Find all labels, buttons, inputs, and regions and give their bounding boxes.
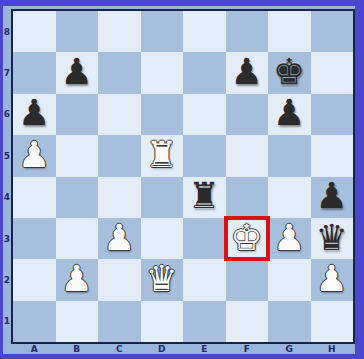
square-f7[interactable]: ♟ [226, 52, 269, 93]
piece-white-pawn-h2[interactable]: ♟ [316, 261, 348, 297]
square-h3[interactable]: ♛ [311, 218, 354, 259]
square-f6[interactable] [226, 94, 269, 135]
piece-white-queen-d2[interactable]: ♛ [146, 261, 178, 297]
square-a8[interactable] [13, 11, 56, 52]
square-h6[interactable] [311, 94, 354, 135]
board-grid: ♟♟♚♟♟♟♜♜♟♟♚♟♛♟♛♟ [13, 11, 353, 342]
square-g4[interactable] [268, 177, 311, 218]
board-margin-panel: 87654321 ♟♟♚♟♟♟♜♜♟♟♚♟♛♟♛♟ ABCDEFGH [3, 6, 355, 354]
square-b5[interactable] [56, 135, 99, 176]
rank-label-8: 8 [3, 11, 11, 52]
square-d6[interactable] [141, 94, 184, 135]
file-label-f: F [226, 344, 269, 354]
file-label-h: H [311, 344, 354, 354]
square-d8[interactable] [141, 11, 184, 52]
rank-label-6: 6 [3, 94, 11, 135]
square-g3[interactable]: ♟ [268, 218, 311, 259]
square-h2[interactable]: ♟ [311, 259, 354, 300]
square-b4[interactable] [56, 177, 99, 218]
rank-label-2: 2 [3, 259, 11, 300]
square-d7[interactable] [141, 52, 184, 93]
square-d5[interactable]: ♜ [141, 135, 184, 176]
chess-board: ♟♟♚♟♟♟♜♜♟♟♚♟♛♟♛♟ [11, 9, 355, 344]
piece-white-pawn-g3[interactable]: ♟ [273, 220, 305, 256]
square-e6[interactable] [183, 94, 226, 135]
square-c8[interactable] [98, 11, 141, 52]
chess-app-window: 87654321 ♟♟♚♟♟♟♜♜♟♟♚♟♛♟♛♟ ABCDEFGH [0, 0, 364, 359]
piece-white-pawn-a5[interactable]: ♟ [18, 137, 50, 173]
square-a1[interactable] [13, 301, 56, 342]
rank-coordinates: 87654321 [3, 11, 11, 342]
square-a2[interactable] [13, 259, 56, 300]
square-c2[interactable] [98, 259, 141, 300]
rank-label-3: 3 [3, 218, 11, 259]
square-f5[interactable] [226, 135, 269, 176]
square-b6[interactable] [56, 94, 99, 135]
piece-white-pawn-b2[interactable]: ♟ [61, 261, 93, 297]
square-e2[interactable] [183, 259, 226, 300]
square-b8[interactable] [56, 11, 99, 52]
square-g1[interactable] [268, 301, 311, 342]
square-a3[interactable] [13, 218, 56, 259]
square-f3[interactable]: ♚ [226, 218, 269, 259]
file-label-b: B [56, 344, 99, 354]
file-coordinates: ABCDEFGH [13, 344, 353, 354]
piece-black-rook-e4[interactable]: ♜ [188, 178, 220, 214]
square-a5[interactable]: ♟ [13, 135, 56, 176]
square-c4[interactable] [98, 177, 141, 218]
square-c5[interactable] [98, 135, 141, 176]
square-f8[interactable] [226, 11, 269, 52]
square-g2[interactable] [268, 259, 311, 300]
file-label-c: C [98, 344, 141, 354]
square-g8[interactable] [268, 11, 311, 52]
square-c1[interactable] [98, 301, 141, 342]
piece-black-pawn-h4[interactable]: ♟ [316, 178, 348, 214]
square-h1[interactable] [311, 301, 354, 342]
square-d3[interactable] [141, 218, 184, 259]
file-label-d: D [141, 344, 184, 354]
piece-black-pawn-b7[interactable]: ♟ [61, 54, 93, 90]
square-a4[interactable] [13, 177, 56, 218]
square-f4[interactable] [226, 177, 269, 218]
square-f2[interactable] [226, 259, 269, 300]
square-b2[interactable]: ♟ [56, 259, 99, 300]
square-e8[interactable] [183, 11, 226, 52]
piece-black-pawn-f7[interactable]: ♟ [231, 54, 263, 90]
piece-white-king-f3[interactable]: ♚ [231, 220, 263, 256]
square-d4[interactable] [141, 177, 184, 218]
piece-black-pawn-a6[interactable]: ♟ [18, 95, 50, 131]
file-label-a: A [13, 344, 56, 354]
square-e7[interactable] [183, 52, 226, 93]
square-b3[interactable] [56, 218, 99, 259]
square-d2[interactable]: ♛ [141, 259, 184, 300]
square-e5[interactable] [183, 135, 226, 176]
square-h7[interactable] [311, 52, 354, 93]
square-b7[interactable]: ♟ [56, 52, 99, 93]
square-g7[interactable]: ♚ [268, 52, 311, 93]
square-c7[interactable] [98, 52, 141, 93]
square-a6[interactable]: ♟ [13, 94, 56, 135]
square-c3[interactable]: ♟ [98, 218, 141, 259]
file-label-g: G [268, 344, 311, 354]
piece-black-pawn-g6[interactable]: ♟ [273, 95, 305, 131]
rank-label-4: 4 [3, 177, 11, 218]
square-c6[interactable] [98, 94, 141, 135]
square-g5[interactable] [268, 135, 311, 176]
square-a7[interactable] [13, 52, 56, 93]
square-e1[interactable] [183, 301, 226, 342]
piece-black-queen-h3[interactable]: ♛ [316, 220, 348, 256]
square-d1[interactable] [141, 301, 184, 342]
rank-label-7: 7 [3, 52, 11, 93]
square-g6[interactable]: ♟ [268, 94, 311, 135]
file-label-e: E [183, 344, 226, 354]
square-b1[interactable] [56, 301, 99, 342]
square-h8[interactable] [311, 11, 354, 52]
rank-label-5: 5 [3, 135, 11, 176]
square-f1[interactable] [226, 301, 269, 342]
square-h4[interactable]: ♟ [311, 177, 354, 218]
square-h5[interactable] [311, 135, 354, 176]
square-e4[interactable]: ♜ [183, 177, 226, 218]
square-e3[interactable] [183, 218, 226, 259]
piece-white-rook-d5[interactable]: ♜ [146, 137, 178, 173]
piece-white-pawn-c3[interactable]: ♟ [103, 220, 135, 256]
rank-label-1: 1 [3, 301, 11, 342]
piece-black-king-g7[interactable]: ♚ [273, 54, 305, 90]
